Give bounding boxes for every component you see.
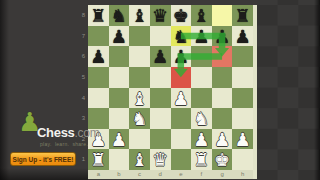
square-a5[interactable] [88,67,109,88]
square-c6[interactable] [129,46,150,67]
rank-label-6: 6 [70,46,85,67]
black-pawn-a6[interactable]: ♟ [88,46,109,67]
square-e8[interactable]: ♚ [171,5,192,26]
white-knight-f3[interactable]: ♞ [191,108,212,129]
logo-suffix: .com [75,126,100,140]
chess-board[interactable]: ♜♞♝♛♚♝♜♟♞♟♟♟♟♟♟♝♟♞♞♟♟♟♟♟♜♝♛♜♚ [88,5,253,170]
square-f4[interactable] [191,88,212,109]
square-f3[interactable]: ♞ [191,108,212,129]
square-a7[interactable] [88,26,109,47]
square-a4[interactable] [88,88,109,109]
square-e3[interactable] [171,108,192,129]
square-g2[interactable]: ♟ [212,129,233,150]
square-h2[interactable]: ♟ [232,129,253,150]
vignette-right [314,0,320,180]
square-e2[interactable] [171,129,192,150]
square-c2[interactable] [129,129,150,150]
square-a8[interactable]: ♜ [88,5,109,26]
rank-label-4: 4 [70,88,85,109]
file-label-c: c [129,170,150,179]
square-g1[interactable]: ♚ [212,149,233,170]
chesscom-tagline: play. learn. share. [40,141,88,147]
square-b8[interactable]: ♞ [109,5,130,26]
black-knight-e7[interactable]: ♞ [171,26,192,47]
black-rook-a8[interactable]: ♜ [88,5,109,26]
white-pawn-h2[interactable]: ♟ [232,129,253,150]
square-c1[interactable]: ♝ [129,149,150,170]
square-g8[interactable] [212,5,233,26]
file-label-e: e [171,170,192,179]
file-label-f: f [191,170,212,179]
square-d4[interactable] [150,88,171,109]
sign-up-button[interactable]: Sign Up - it's FREE! [10,152,76,166]
white-pawn-e4[interactable]: ♟ [171,88,192,109]
square-b3[interactable] [109,108,130,129]
square-h7[interactable]: ♟ [232,26,253,47]
square-b5[interactable] [109,67,130,88]
white-queen-d1[interactable]: ♛ [150,149,171,170]
file-label-b: b [109,170,130,179]
vignette-bottom [0,168,88,180]
square-h3[interactable] [232,108,253,129]
square-h6[interactable] [232,46,253,67]
square-e5[interactable] [171,67,192,88]
file-label-d: d [150,170,171,179]
white-pawn-f2[interactable]: ♟ [191,129,212,150]
square-g6[interactable] [212,46,233,67]
square-g7[interactable]: ♟ [212,26,233,47]
square-h1[interactable] [232,149,253,170]
black-bishop-c8[interactable]: ♝ [129,5,150,26]
square-e7[interactable]: ♞ [171,26,192,47]
black-pawn-g7[interactable]: ♟ [212,26,233,47]
square-d6[interactable]: ♟ [150,46,171,67]
file-label-a: a [88,170,109,179]
white-pawn-g2[interactable]: ♟ [212,129,233,150]
black-rook-h8[interactable]: ♜ [232,5,253,26]
square-e6[interactable]: ♟ [171,46,192,67]
square-b7[interactable]: ♟ [109,26,130,47]
square-c3[interactable]: ♞ [129,108,150,129]
square-d3[interactable] [150,108,171,129]
square-d7[interactable] [150,26,171,47]
black-pawn-b7[interactable]: ♟ [109,26,130,47]
square-g5[interactable] [212,67,233,88]
black-knight-b8[interactable]: ♞ [109,5,130,26]
square-f8[interactable]: ♝ [191,5,212,26]
rank-label-5: 5 [70,67,85,88]
file-label-g: g [212,170,233,179]
black-bishop-f8[interactable]: ♝ [191,5,212,26]
square-d5[interactable] [150,67,171,88]
square-f5[interactable] [191,67,212,88]
square-e1[interactable] [171,149,192,170]
square-d2[interactable] [150,129,171,150]
chesscom-logo: Chess.com [37,125,99,140]
white-pawn-b2[interactable]: ♟ [109,129,130,150]
square-a6[interactable]: ♟ [88,46,109,67]
square-f2[interactable]: ♟ [191,129,212,150]
white-rook-a1[interactable]: ♜ [88,149,109,170]
square-f1[interactable]: ♜ [191,149,212,170]
square-c4[interactable]: ♝ [129,88,150,109]
square-h5[interactable] [232,67,253,88]
square-f6[interactable] [191,46,212,67]
black-queen-d8[interactable]: ♛ [150,5,171,26]
white-bishop-c4[interactable]: ♝ [129,88,150,109]
square-b1[interactable] [109,149,130,170]
white-bishop-c1[interactable]: ♝ [129,149,150,170]
square-c5[interactable] [129,67,150,88]
vignette-left [0,0,9,180]
rank-label-7: 7 [70,26,85,47]
white-king-g1[interactable]: ♚ [212,149,233,170]
square-f7[interactable]: ♟ [191,26,212,47]
black-pawn-d6[interactable]: ♟ [150,46,171,67]
square-h4[interactable] [232,88,253,109]
square-e4[interactable]: ♟ [171,88,192,109]
square-b2[interactable]: ♟ [109,129,130,150]
white-rook-f1[interactable]: ♜ [191,149,212,170]
square-g4[interactable] [212,88,233,109]
video-frame: ♜♞♝♛♚♝♜♟♞♟♟♟♟♟♟♝♟♞♞♟♟♟♟♟♜♝♛♜♚ 87654321ab… [0,0,320,180]
black-king-e8[interactable]: ♚ [171,5,192,26]
file-label-h: h [232,170,253,179]
dim-background-pattern [257,0,320,180]
square-h8[interactable]: ♜ [232,5,253,26]
square-b4[interactable] [109,88,130,109]
black-pawn-f7[interactable]: ♟ [191,26,212,47]
black-pawn-h7[interactable]: ♟ [232,26,253,47]
square-b6[interactable] [109,46,130,67]
black-pawn-e6[interactable]: ♟ [171,46,192,67]
square-c7[interactable] [129,26,150,47]
board-right-border [253,5,257,179]
square-g3[interactable] [212,108,233,129]
rank-label-8: 8 [70,5,85,26]
square-a1[interactable]: ♜ [88,149,109,170]
white-knight-c3[interactable]: ♞ [129,108,150,129]
square-d8[interactable]: ♛ [150,5,171,26]
square-d1[interactable]: ♛ [150,149,171,170]
square-c8[interactable]: ♝ [129,5,150,26]
